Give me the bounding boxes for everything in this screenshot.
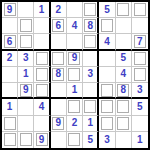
cell-r6c7[interactable] — [99, 83, 115, 99]
cell-given-r4c8: 5 — [116, 51, 132, 67]
cell-r2c7[interactable] — [99, 18, 115, 34]
cell-input-filled[interactable]: 9 — [4, 3, 16, 16]
cell-given-r7c3: 4 — [34, 99, 50, 115]
cell-r1c5 — [67, 2, 83, 18]
cell-r9c1[interactable] — [2, 132, 18, 148]
cell-given-r1c4: 2 — [51, 2, 67, 18]
cell-r2c6[interactable]: 8 — [83, 18, 99, 34]
cell-r6c3[interactable] — [34, 83, 50, 99]
cell-input-empty[interactable] — [117, 3, 129, 16]
cell-input-empty[interactable] — [36, 68, 48, 81]
cell-r9c3[interactable]: 9 — [34, 132, 50, 148]
cell-r4c7 — [99, 51, 115, 67]
cell-input-empty[interactable] — [101, 100, 113, 113]
cell-r1c1[interactable]: 9 — [2, 2, 18, 18]
cell-r3c9[interactable]: 7 — [132, 34, 148, 50]
cell-input-filled[interactable]: 8 — [52, 68, 64, 81]
cell-r9c8 — [116, 132, 132, 148]
cell-given-r2c5: 4 — [67, 18, 83, 34]
cell-r5c1 — [2, 67, 18, 83]
cell-given-r7c9: 5 — [132, 99, 148, 115]
cell-r5c9[interactable] — [132, 67, 148, 83]
cell-r4c3[interactable] — [34, 51, 50, 67]
cell-r5c4[interactable]: 8 — [51, 67, 67, 83]
cell-r7c2 — [18, 99, 34, 115]
cell-r8c4[interactable]: 9 — [51, 116, 67, 132]
cell-r1c9[interactable] — [132, 2, 148, 18]
cell-input-empty[interactable] — [134, 52, 146, 65]
cell-r1c6[interactable] — [83, 2, 99, 18]
cell-r9c4 — [51, 132, 67, 148]
cell-r5c3[interactable] — [34, 67, 50, 83]
cell-input-filled[interactable]: 8 — [117, 84, 129, 97]
cell-input-filled[interactable]: 6 — [4, 35, 16, 48]
cell-given-r5c2: 1 — [18, 67, 34, 83]
cell-r2c2[interactable] — [18, 18, 34, 34]
cell-input-filled[interactable]: 8 — [84, 19, 96, 32]
cell-input-empty[interactable] — [20, 133, 32, 146]
cell-input-empty[interactable] — [84, 35, 96, 48]
cell-r7c5[interactable] — [67, 99, 83, 115]
cell-input-empty[interactable] — [68, 68, 80, 81]
cell-input-empty[interactable] — [101, 84, 113, 97]
cell-given-r1c7: 5 — [99, 2, 115, 18]
cell-input-empty[interactable] — [52, 52, 64, 65]
cell-r3c6[interactable] — [83, 34, 99, 50]
sudoku-board: 91256486472395183491831459219531 — [0, 0, 150, 150]
cell-input-filled[interactable]: 9 — [20, 84, 32, 97]
cell-r2c4[interactable]: 6 — [51, 18, 67, 34]
cell-input-filled[interactable]: 6 — [52, 19, 64, 32]
cell-r1c8[interactable] — [116, 2, 132, 18]
cell-input-filled[interactable]: 7 — [134, 35, 146, 48]
cell-given-r8c6: 1 — [83, 116, 99, 132]
cell-r4c4[interactable] — [51, 51, 67, 67]
cell-input-empty[interactable] — [36, 84, 48, 97]
cell-r6c1 — [2, 83, 18, 99]
cell-given-r8c5: 2 — [67, 116, 83, 132]
cell-given-r5c6: 3 — [83, 67, 99, 83]
cell-r3c2[interactable] — [18, 34, 34, 50]
cell-input-empty[interactable] — [101, 117, 113, 130]
cell-input-filled[interactable]: 9 — [68, 52, 80, 65]
cell-given-r6c5: 1 — [67, 83, 83, 99]
cell-input-empty[interactable] — [4, 133, 16, 146]
cell-r8c8[interactable] — [116, 116, 132, 132]
cell-r3c8 — [116, 34, 132, 50]
cell-r7c4 — [51, 99, 67, 115]
cell-r2c3 — [34, 18, 50, 34]
cell-input-empty[interactable] — [117, 100, 129, 113]
cell-r6c4 — [51, 83, 67, 99]
cell-input-filled[interactable]: 9 — [52, 117, 64, 130]
cell-r2c8 — [116, 18, 132, 34]
cell-r5c5[interactable] — [67, 67, 83, 83]
cell-r8c1[interactable] — [2, 116, 18, 132]
cell-r6c2[interactable]: 9 — [18, 83, 34, 99]
cell-r7c7[interactable] — [99, 99, 115, 115]
cell-r3c1[interactable]: 6 — [2, 34, 18, 50]
cell-r8c3 — [34, 116, 50, 132]
cell-r8c2 — [18, 116, 34, 132]
cell-r3c3 — [34, 34, 50, 50]
cell-input-empty[interactable] — [36, 52, 48, 65]
cell-given-r5c8: 4 — [116, 67, 132, 83]
cell-input-empty[interactable] — [84, 3, 96, 16]
cell-given-r6c9: 3 — [132, 83, 148, 99]
cell-given-r4c2: 3 — [18, 51, 34, 67]
cell-r2c9 — [132, 18, 148, 34]
cell-given-r9c7: 3 — [99, 132, 115, 148]
cell-r5c7 — [99, 67, 115, 83]
cell-r8c9 — [132, 116, 148, 132]
cell-r7c6[interactable] — [83, 99, 99, 115]
cell-input-empty[interactable] — [134, 3, 146, 16]
cell-input-empty[interactable] — [84, 100, 96, 113]
cell-r9c5[interactable] — [67, 132, 83, 148]
cell-r4c9[interactable] — [132, 51, 148, 67]
cell-given-r4c1: 2 — [2, 51, 18, 67]
cell-given-r1c3: 1 — [34, 2, 50, 18]
cell-given-r3c7: 4 — [99, 34, 115, 50]
cell-given-r9c6: 5 — [83, 132, 99, 148]
cell-input-empty[interactable] — [20, 19, 32, 32]
cell-r3c5 — [67, 34, 83, 50]
cell-input-empty[interactable] — [117, 117, 129, 130]
cell-given-r9c9: 1 — [132, 132, 148, 148]
cell-r4c5[interactable]: 9 — [67, 51, 83, 67]
cell-r3c4 — [51, 34, 67, 50]
cell-input-empty[interactable] — [68, 100, 80, 113]
cell-r9c2[interactable] — [18, 132, 34, 148]
cell-input-filled[interactable]: 9 — [36, 133, 48, 146]
cell-r4c6 — [83, 51, 99, 67]
cell-r8c7[interactable] — [99, 116, 115, 132]
cell-r2c1 — [2, 18, 18, 34]
cell-given-r7c1: 1 — [2, 99, 18, 115]
cell-r6c8[interactable]: 8 — [116, 83, 132, 99]
cell-input-empty[interactable] — [101, 19, 113, 32]
cell-r1c2 — [18, 2, 34, 18]
cell-r7c8[interactable] — [116, 99, 132, 115]
cell-r6c6 — [83, 83, 99, 99]
cell-input-empty[interactable] — [134, 68, 146, 81]
cell-input-empty[interactable] — [20, 35, 32, 48]
cell-input-empty[interactable] — [68, 133, 80, 146]
cell-input-empty[interactable] — [4, 117, 16, 130]
